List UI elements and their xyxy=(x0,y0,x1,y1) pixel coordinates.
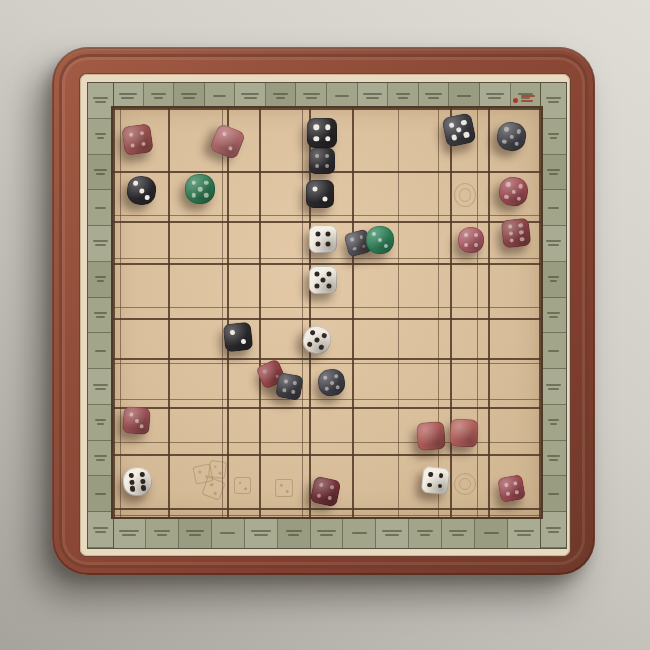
die-pip xyxy=(314,125,319,130)
die-pip xyxy=(451,134,457,140)
red-dot-icon xyxy=(513,98,518,103)
strip-cell xyxy=(88,298,113,334)
die-pip xyxy=(456,127,462,133)
die-pip xyxy=(508,225,513,230)
die-pip xyxy=(437,483,442,488)
grid-line-horizontal xyxy=(113,215,541,216)
die-pip xyxy=(139,471,145,477)
die-pip xyxy=(329,485,334,490)
die-pip xyxy=(319,483,324,488)
die-pip xyxy=(428,472,433,477)
die-pip xyxy=(505,491,509,495)
die-charcoal-5[interactable] xyxy=(494,119,528,153)
grid-line-horizontal xyxy=(113,508,541,510)
strip-cell xyxy=(278,517,311,548)
strip-cell xyxy=(442,517,475,548)
strip-cell xyxy=(358,83,389,108)
scene xyxy=(0,0,650,650)
strip-cell xyxy=(449,83,480,108)
die-pip xyxy=(361,244,365,248)
grid-line-horizontal xyxy=(113,407,541,409)
grid-line-horizontal xyxy=(113,358,541,360)
strip-cell xyxy=(409,517,442,548)
die-pip xyxy=(129,479,135,485)
strip-cell xyxy=(541,441,566,477)
die-pip xyxy=(322,375,327,380)
grid-line-horizontal xyxy=(113,263,541,265)
strip-cell xyxy=(88,190,113,226)
die-pip xyxy=(448,122,454,128)
die-pip xyxy=(463,132,469,138)
die-pip xyxy=(325,136,330,141)
die-darkmaroon-4[interactable] xyxy=(309,475,341,507)
die-pip xyxy=(134,418,138,422)
die-pip xyxy=(141,141,146,146)
strip-cell xyxy=(388,83,419,108)
die-pip xyxy=(315,154,319,158)
die-rose-2[interactable] xyxy=(208,122,246,160)
die-pip xyxy=(310,330,316,336)
die-pip xyxy=(504,194,509,199)
strip-cell xyxy=(327,83,358,108)
die-pip xyxy=(191,193,196,198)
die-maroon-3[interactable] xyxy=(122,406,151,435)
die-white-4[interactable] xyxy=(309,225,337,253)
die-pip xyxy=(516,129,521,134)
strip-cell xyxy=(88,226,113,262)
die-slate-5[interactable] xyxy=(316,367,346,397)
die-green-5[interactable] xyxy=(185,174,215,204)
die-pip xyxy=(314,337,320,343)
strip-cell xyxy=(541,476,566,512)
strip-cell xyxy=(179,517,212,548)
die-pip xyxy=(353,246,357,250)
die-pip xyxy=(325,154,329,158)
strip-cell xyxy=(541,405,566,441)
die-pip xyxy=(139,424,143,428)
die-pip xyxy=(516,195,521,200)
strip-cell xyxy=(541,83,566,119)
die-pip xyxy=(318,344,324,350)
die-charcoal-5[interactable] xyxy=(441,112,477,148)
die-pip xyxy=(505,182,510,187)
die-pip xyxy=(517,183,522,188)
strip-cell xyxy=(475,517,508,548)
die-pip xyxy=(503,482,507,486)
die-pip xyxy=(320,277,325,282)
strip-cell xyxy=(88,155,113,191)
die-pip xyxy=(513,141,518,146)
strip-cell xyxy=(508,517,541,548)
die-pip xyxy=(128,132,133,137)
die-pip xyxy=(283,378,287,382)
grid-line-horizontal xyxy=(113,221,541,223)
die-pip xyxy=(464,233,468,237)
strip-cell xyxy=(541,262,566,298)
strip-cell xyxy=(235,83,266,108)
die-pip xyxy=(324,386,329,391)
die-pip xyxy=(323,197,328,202)
die-pip xyxy=(281,388,285,392)
ghost-dice-cluster-icon xyxy=(194,461,232,499)
die-pip xyxy=(474,243,478,247)
strip-cell xyxy=(146,517,179,548)
strip-cell xyxy=(541,190,566,226)
ghost-stamp-icon xyxy=(454,473,476,495)
board-field[interactable] xyxy=(113,108,541,517)
ghost-die-icon xyxy=(208,460,227,479)
die-pip xyxy=(312,186,317,191)
die-maroon-6[interactable] xyxy=(501,218,532,249)
die-pip xyxy=(314,136,319,141)
strip-cell xyxy=(88,262,113,298)
die-pip xyxy=(427,482,432,487)
die-pip xyxy=(514,490,518,494)
die-pip xyxy=(464,243,468,247)
die-black-2[interactable] xyxy=(223,322,254,353)
strip-cell xyxy=(376,517,409,548)
strip-cell xyxy=(88,405,113,441)
grid-line-horizontal xyxy=(113,258,541,259)
die-pip xyxy=(140,478,146,484)
die-pip xyxy=(144,194,150,200)
strip-cell xyxy=(88,441,113,477)
die-pip xyxy=(438,473,443,478)
die-pip xyxy=(132,180,138,186)
grid-line-horizontal xyxy=(113,399,541,400)
strip-cell xyxy=(311,517,344,548)
die-pip xyxy=(140,485,146,491)
die-white-6[interactable] xyxy=(121,465,152,496)
strip-cell xyxy=(88,369,113,405)
border-strip-right xyxy=(541,83,566,548)
strip-cell xyxy=(88,333,113,369)
die-pip xyxy=(335,385,340,390)
die-pip xyxy=(321,333,327,339)
die-pip xyxy=(128,411,132,415)
ghost-stamp-icon xyxy=(454,183,476,207)
die-pip xyxy=(227,145,233,151)
strip-cell xyxy=(88,119,113,155)
die-pip xyxy=(329,380,334,385)
die-rose-4[interactable] xyxy=(458,227,484,253)
die-pip xyxy=(307,341,313,347)
die-pip xyxy=(520,237,525,242)
die-green-3[interactable] xyxy=(366,226,394,254)
die-pip xyxy=(326,231,331,236)
strip-cell xyxy=(144,83,175,108)
die-pip xyxy=(474,233,478,237)
die-red-blank[interactable] xyxy=(449,418,478,447)
die-pip xyxy=(326,283,331,288)
die-pip xyxy=(315,164,319,168)
border-strip-bottom xyxy=(113,517,541,548)
strip-cell xyxy=(541,155,566,191)
die-pip xyxy=(291,389,295,393)
strip-cell xyxy=(113,83,144,108)
die-black-4[interactable] xyxy=(309,148,335,174)
die-pip xyxy=(317,493,322,498)
grid-line-horizontal xyxy=(113,307,541,308)
die-pip xyxy=(129,486,135,492)
die-pip xyxy=(263,369,268,374)
die-pip xyxy=(325,125,330,130)
die-pip xyxy=(508,231,513,236)
die-white-4[interactable] xyxy=(420,465,450,495)
die-black-3[interactable] xyxy=(125,174,157,206)
ghost-die-icon xyxy=(234,477,251,494)
die-pip xyxy=(221,131,227,137)
strip-cell xyxy=(205,83,236,108)
die-pip xyxy=(191,180,196,185)
grid-line-horizontal xyxy=(113,515,541,516)
die-pip xyxy=(511,189,516,194)
strip-cell xyxy=(480,83,511,108)
grid-line-horizontal xyxy=(113,454,541,456)
die-pip xyxy=(334,373,339,378)
die-pip xyxy=(350,238,354,242)
die-black-4[interactable] xyxy=(307,118,337,148)
die-pip xyxy=(315,231,320,236)
die-pip xyxy=(504,126,509,131)
die-pip xyxy=(315,283,320,288)
die-maroon-4[interactable] xyxy=(121,123,154,156)
die-pip xyxy=(204,180,209,185)
die-white-5[interactable] xyxy=(300,323,334,357)
die-pip xyxy=(292,380,296,384)
die-pip xyxy=(378,238,382,242)
grid-line-horizontal xyxy=(113,318,541,320)
grid-line-horizontal xyxy=(113,108,541,110)
die-pip xyxy=(509,238,514,243)
die-pip xyxy=(130,143,135,148)
die-maroon-5[interactable] xyxy=(497,175,530,208)
die-red-blank[interactable] xyxy=(416,421,446,451)
strip-cell xyxy=(88,83,113,119)
die-pip xyxy=(461,119,467,125)
die-slate-4[interactable] xyxy=(275,372,304,401)
strip-cell xyxy=(266,83,297,108)
die-pip xyxy=(513,480,517,484)
strip-cell xyxy=(343,517,376,548)
die-pip xyxy=(501,138,506,143)
strip-cell xyxy=(541,333,566,369)
die-pip xyxy=(508,133,513,138)
strip-cell xyxy=(212,517,245,548)
die-pip xyxy=(315,272,320,277)
die-pip xyxy=(327,495,332,500)
die-maroon-4[interactable] xyxy=(497,474,526,503)
die-pip xyxy=(204,193,209,198)
die-pip xyxy=(372,232,376,236)
die-pip xyxy=(359,235,363,239)
die-pip xyxy=(326,272,331,277)
strip-cell xyxy=(541,512,566,548)
die-pip xyxy=(326,242,331,247)
die-pip xyxy=(241,339,247,345)
die-pip xyxy=(229,329,235,335)
strip-cell xyxy=(541,119,566,155)
grid-line-horizontal xyxy=(113,363,541,364)
strip-cell xyxy=(541,226,566,262)
die-pip xyxy=(139,130,144,135)
border-strip-left xyxy=(88,83,113,548)
strip-cell xyxy=(113,517,146,548)
strip-cell xyxy=(419,83,450,108)
die-pip xyxy=(518,223,523,228)
strip-cell xyxy=(245,517,278,548)
die-pip xyxy=(519,230,524,235)
die-black-2[interactable] xyxy=(306,180,334,208)
die-pip xyxy=(138,187,144,193)
strip-cell xyxy=(174,83,205,108)
strip-cell xyxy=(88,476,113,512)
die-pip xyxy=(325,164,329,168)
die-pip xyxy=(315,242,320,247)
strip-cell xyxy=(88,512,113,548)
ghost-die-icon xyxy=(275,479,293,497)
border-strip-top xyxy=(113,83,541,108)
strip-cell xyxy=(541,298,566,334)
die-white-5[interactable] xyxy=(309,266,337,294)
die-pip xyxy=(384,244,388,248)
die-pip xyxy=(128,472,134,478)
die-pip xyxy=(198,187,203,192)
strip-cell xyxy=(296,83,327,108)
strip-cell xyxy=(541,369,566,405)
